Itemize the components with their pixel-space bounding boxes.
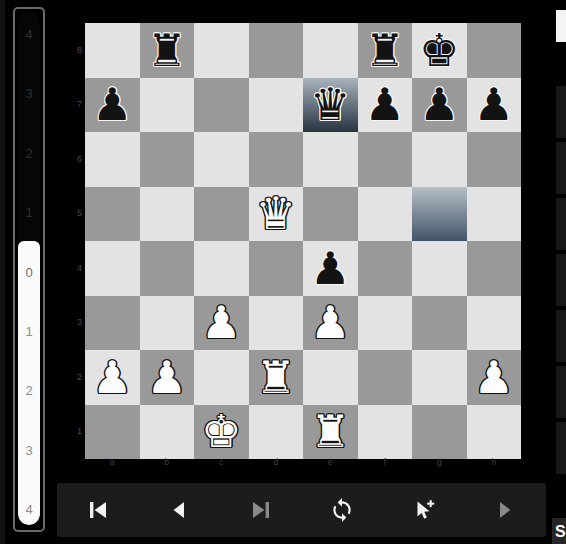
eval-tick-label: 1 (15, 324, 43, 340)
square-h2[interactable]: ♟ (467, 350, 522, 405)
black-rook[interactable]: ♜ (365, 28, 405, 73)
eval-tick-label: 1 (15, 205, 43, 221)
square-a7[interactable]: ♟ (85, 78, 140, 133)
skip-start-icon (86, 498, 110, 522)
square-f4[interactable] (358, 241, 413, 296)
square-h8[interactable] (467, 23, 522, 78)
file-label-f: f (379, 457, 391, 468)
file-label-c: c (215, 457, 227, 468)
next-move-button[interactable] (483, 488, 527, 532)
square-c2[interactable] (194, 350, 249, 405)
white-rook[interactable]: ♜ (310, 409, 350, 454)
eval-tick-label: 4 (15, 502, 43, 518)
square-a2[interactable]: ♟ (85, 350, 140, 405)
square-f3[interactable] (358, 296, 413, 351)
square-d8[interactable] (249, 23, 304, 78)
square-h6[interactable] (467, 132, 522, 187)
square-h7[interactable]: ♟ (467, 78, 522, 133)
left-edge-strip (0, 0, 5, 544)
square-g5[interactable] (412, 187, 467, 242)
square-e7[interactable]: ♛ (303, 78, 358, 133)
square-c1[interactable]: ♚ (194, 405, 249, 460)
square-e3[interactable]: ♟ (303, 296, 358, 351)
square-d7[interactable] (249, 78, 304, 133)
square-d6[interactable] (249, 132, 304, 187)
clipped-side-panel-segment (556, 366, 566, 418)
square-c7[interactable] (194, 78, 249, 133)
rank-label-2: 2 (70, 372, 82, 383)
evaluation-bar: 432101234 (13, 7, 45, 532)
square-b8[interactable]: ♜ (140, 23, 195, 78)
black-pawn[interactable]: ♟ (310, 246, 350, 291)
clipped-side-panel-segment (556, 254, 566, 306)
square-c4[interactable] (194, 241, 249, 296)
refresh-button[interactable] (320, 488, 364, 532)
rank-label-6: 6 (70, 154, 82, 165)
square-e8[interactable] (303, 23, 358, 78)
clipped-s-label: S (555, 523, 566, 541)
white-rook[interactable]: ♜ (256, 355, 296, 400)
square-c6[interactable] (194, 132, 249, 187)
move-navigation-toolbar (57, 483, 546, 537)
black-pawn[interactable]: ♟ (365, 82, 405, 127)
rank-label-7: 7 (70, 99, 82, 110)
clipped-right-white-element (556, 10, 566, 42)
white-pawn[interactable]: ♟ (310, 300, 350, 345)
rank-label-3: 3 (70, 317, 82, 328)
square-a6[interactable] (85, 132, 140, 187)
square-e5[interactable] (303, 187, 358, 242)
skip-to-start-button[interactable] (76, 488, 120, 532)
square-a8[interactable] (85, 23, 140, 78)
file-label-a: a (106, 457, 118, 468)
black-pawn[interactable]: ♟ (474, 82, 514, 127)
square-c3[interactable]: ♟ (194, 296, 249, 351)
clipped-side-panel-segment (556, 142, 566, 194)
eval-tick-label: 0 (15, 265, 43, 281)
square-f5[interactable] (358, 187, 413, 242)
skip-end-icon (249, 498, 273, 522)
square-f1[interactable] (358, 405, 413, 460)
file-label-g: g (433, 457, 445, 468)
square-g2[interactable] (412, 350, 467, 405)
square-f8[interactable]: ♜ (358, 23, 413, 78)
eval-tick-label: 3 (15, 86, 43, 102)
white-pawn[interactable]: ♟ (201, 300, 241, 345)
square-g1[interactable] (412, 405, 467, 460)
square-e1[interactable]: ♜ (303, 405, 358, 460)
clipped-side-panel-segment (556, 310, 566, 362)
square-b3[interactable] (140, 296, 195, 351)
eval-tick-label: 2 (15, 383, 43, 399)
square-h3[interactable] (467, 296, 522, 351)
square-b6[interactable] (140, 132, 195, 187)
square-e4[interactable]: ♟ (303, 241, 358, 296)
file-label-e: e (324, 457, 336, 468)
square-d5[interactable]: ♛ (249, 187, 304, 242)
eval-tick-label: 2 (15, 146, 43, 162)
white-queen[interactable]: ♛ (256, 191, 296, 236)
square-f7[interactable]: ♟ (358, 78, 413, 133)
select-cursor-button[interactable] (402, 488, 446, 532)
square-e2[interactable] (303, 350, 358, 405)
arrow-right-icon (493, 498, 517, 522)
app-screen: 432101234 ♜♜♚♟♛♟♟♟♛♟♟♟♟♟♜♟♚♜ 87654321abc… (0, 0, 566, 544)
square-b7[interactable] (140, 78, 195, 133)
chess-board[interactable]: ♜♜♚♟♛♟♟♟♛♟♟♟♟♟♜♟♚♜ (85, 23, 521, 459)
previous-move-button[interactable] (157, 488, 201, 532)
square-g4[interactable] (412, 241, 467, 296)
square-g6[interactable] (412, 132, 467, 187)
clipped-side-panel-segment (556, 86, 566, 138)
black-pawn[interactable]: ♟ (419, 82, 459, 127)
white-pawn[interactable]: ♟ (474, 355, 514, 400)
file-label-b: b (161, 457, 173, 468)
square-a4[interactable] (85, 241, 140, 296)
square-g7[interactable]: ♟ (412, 78, 467, 133)
square-d4[interactable] (249, 241, 304, 296)
clipped-side-panel-segment (556, 422, 566, 474)
rank-label-4: 4 (70, 263, 82, 274)
refresh-icon (329, 497, 355, 523)
cursor-plus-icon (412, 498, 436, 522)
play-to-end-button[interactable] (239, 488, 283, 532)
square-f2[interactable] (358, 350, 413, 405)
square-h1[interactable] (467, 405, 522, 460)
square-h5[interactable] (467, 187, 522, 242)
square-b2[interactable]: ♟ (140, 350, 195, 405)
square-b4[interactable] (140, 241, 195, 296)
square-e6[interactable] (303, 132, 358, 187)
square-g3[interactable] (412, 296, 467, 351)
square-d1[interactable] (249, 405, 304, 460)
file-label-d: d (270, 457, 282, 468)
square-g8[interactable]: ♚ (412, 23, 467, 78)
square-d3[interactable] (249, 296, 304, 351)
eval-tick-label: 4 (15, 27, 43, 43)
black-king[interactable]: ♚ (419, 28, 459, 73)
eval-tick-label: 3 (15, 443, 43, 459)
square-b1[interactable] (140, 405, 195, 460)
square-f6[interactable] (358, 132, 413, 187)
square-a5[interactable] (85, 187, 140, 242)
rank-label-1: 1 (70, 426, 82, 437)
white-pawn[interactable]: ♟ (147, 355, 187, 400)
black-rook[interactable]: ♜ (147, 28, 187, 73)
square-d2[interactable]: ♜ (249, 350, 304, 405)
black-queen[interactable]: ♛ (310, 82, 350, 127)
white-pawn[interactable]: ♟ (92, 355, 132, 400)
square-c5[interactable] (194, 187, 249, 242)
square-b5[interactable] (140, 187, 195, 242)
arrow-left-icon (167, 498, 191, 522)
rank-label-8: 8 (70, 45, 82, 56)
clipped-side-panel-segment (556, 198, 566, 250)
square-a3[interactable] (85, 296, 140, 351)
rank-label-5: 5 (70, 208, 82, 219)
white-king[interactable]: ♚ (201, 409, 241, 454)
black-pawn[interactable]: ♟ (92, 82, 132, 127)
square-c8[interactable] (194, 23, 249, 78)
square-h4[interactable] (467, 241, 522, 296)
square-a1[interactable] (85, 405, 140, 460)
file-label-h: h (488, 457, 500, 468)
